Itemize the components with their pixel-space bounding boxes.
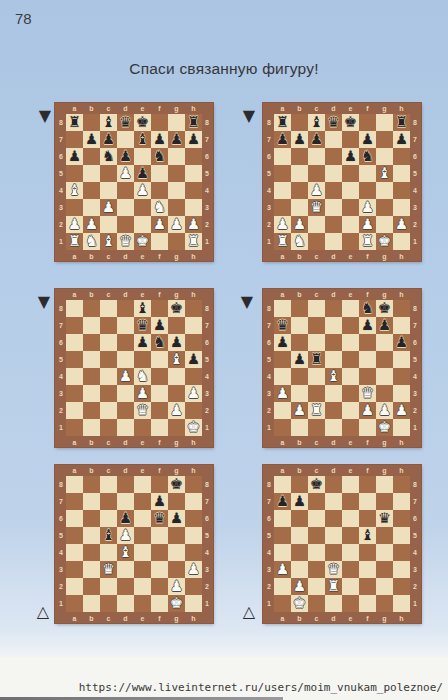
file-label: a (66, 437, 83, 447)
square-h2 (185, 578, 202, 595)
rank-label: 3 (410, 199, 420, 216)
black-pawn: ♟ (136, 165, 149, 182)
rank-label: 7 (264, 493, 274, 510)
square-e7: ♝ (134, 131, 151, 148)
rank-label: 3 (202, 561, 212, 578)
square-a5 (274, 527, 291, 544)
black-pawn: ♟ (119, 148, 132, 165)
square-c7 (308, 493, 325, 510)
square-d5: ♟ (117, 527, 134, 544)
rank-label: 5 (56, 351, 66, 368)
square-e4 (342, 182, 359, 199)
black-bishop: ♝ (102, 527, 115, 544)
square-e2 (342, 402, 359, 419)
file-label: f (151, 465, 168, 475)
square-g6: ♟ (168, 334, 185, 351)
file-label: b (83, 103, 100, 113)
chess-board-4: abcdefghabcdefgh8765432187654321♞♚♛♟♟♟♟♟… (263, 289, 421, 447)
rank-label: 1 (202, 419, 212, 436)
square-b2 (83, 402, 100, 419)
square-h7 (393, 317, 410, 334)
file-label: f (359, 103, 376, 113)
rank-label: 7 (202, 493, 212, 510)
file-label: c (100, 103, 117, 113)
square-h7 (185, 493, 202, 510)
white-pawn: ♟ (119, 368, 132, 385)
square-a4 (66, 544, 83, 561)
rank-label: 4 (264, 368, 274, 385)
white-bishop: ♝ (170, 351, 183, 368)
square-g6 (376, 148, 393, 165)
square-b2 (83, 578, 100, 595)
black-king: ♚ (170, 476, 183, 493)
black-to-move-marker: ▼ (240, 106, 258, 124)
square-c5: ♝ (100, 527, 117, 544)
square-f7: ♟ (151, 317, 168, 334)
black-rook: ♜ (395, 114, 408, 131)
rank-label: 6 (264, 334, 274, 351)
square-f1 (151, 233, 168, 250)
black-queen: ♛ (153, 510, 166, 527)
white-rook: ♜ (361, 233, 374, 250)
file-label: c (100, 251, 117, 261)
file-label: e (342, 437, 359, 447)
black-pawn: ♟ (361, 317, 374, 334)
rank-label: 3 (264, 385, 274, 402)
white-pawn: ♟ (170, 216, 183, 233)
square-e8: ♚ (342, 114, 359, 131)
square-f8 (151, 300, 168, 317)
black-pawn: ♟ (378, 317, 391, 334)
square-a1 (66, 419, 83, 436)
square-h4 (393, 368, 410, 385)
square-e2 (342, 216, 359, 233)
square-e2 (342, 578, 359, 595)
rank-label: 4 (264, 544, 274, 561)
file-label: f (359, 289, 376, 299)
black-pawn: ♟ (187, 351, 200, 368)
square-c5 (308, 165, 325, 182)
file-label: c (308, 251, 325, 261)
rank-label: 5 (264, 527, 274, 544)
square-h5 (393, 351, 410, 368)
rank-label: 3 (202, 385, 212, 402)
black-rook: ♜ (276, 114, 289, 131)
square-f7: ♟ (151, 131, 168, 148)
white-pawn: ♟ (361, 402, 374, 419)
file-label: b (291, 251, 308, 261)
file-label: d (117, 465, 134, 475)
file-label: d (325, 613, 342, 623)
square-d8 (325, 476, 342, 493)
square-b5 (291, 527, 308, 544)
square-d8: ♛ (325, 114, 342, 131)
chess-board-2: abcdefghabcdefgh8765432187654321♜♝♛♚♜♟♟♟… (263, 103, 421, 261)
square-b2: ♟ (83, 216, 100, 233)
square-b5 (83, 527, 100, 544)
black-pawn: ♟ (170, 131, 183, 148)
square-c2 (308, 216, 325, 233)
square-f1: ♜ (359, 233, 376, 250)
square-a5 (66, 351, 83, 368)
square-e1 (134, 595, 151, 612)
square-d3: ♛ (325, 561, 342, 578)
square-e6: ♟ (134, 334, 151, 351)
square-f2 (151, 402, 168, 419)
square-a7 (66, 317, 83, 334)
square-h2 (185, 402, 202, 419)
square-h6: ♟ (393, 334, 410, 351)
square-a1: ♜ (274, 233, 291, 250)
square-d7 (117, 317, 134, 334)
file-label: b (291, 437, 308, 447)
square-a3 (66, 199, 83, 216)
square-b8 (83, 114, 100, 131)
square-f2: ♟ (151, 216, 168, 233)
square-a4 (274, 368, 291, 385)
white-knight: ♞ (293, 233, 306, 250)
file-label: b (291, 289, 308, 299)
square-a4 (274, 182, 291, 199)
rank-label: 2 (410, 578, 420, 595)
footer-url: https://www.liveinternet.ru/users/moim_v… (79, 681, 443, 694)
black-pawn: ♟ (102, 131, 115, 148)
square-g1 (376, 595, 393, 612)
square-a6: ♟ (66, 148, 83, 165)
black-knight: ♞ (153, 148, 166, 165)
square-f8: ♞ (359, 300, 376, 317)
square-d8 (117, 300, 134, 317)
square-a8 (274, 300, 291, 317)
square-d4: ♟ (117, 368, 134, 385)
square-h1 (393, 419, 410, 436)
square-a8: ♜ (274, 114, 291, 131)
square-d2 (117, 578, 134, 595)
file-label: a (274, 103, 291, 113)
square-g1 (168, 233, 185, 250)
square-f3: ♞ (151, 199, 168, 216)
file-label: g (168, 465, 185, 475)
file-label: e (342, 103, 359, 113)
square-h7 (393, 493, 410, 510)
white-bishop: ♝ (102, 233, 115, 250)
square-a5 (66, 527, 83, 544)
square-h4 (393, 544, 410, 561)
black-queen: ♛ (136, 317, 149, 334)
square-d5: ♟ (117, 165, 134, 182)
rank-label: 2 (264, 216, 274, 233)
white-rook: ♜ (68, 233, 81, 250)
square-c4 (308, 368, 325, 385)
square-d8 (117, 476, 134, 493)
square-e3 (342, 385, 359, 402)
square-h8 (393, 476, 410, 493)
square-h3 (185, 199, 202, 216)
square-e7: ♛ (134, 317, 151, 334)
file-label: c (308, 103, 325, 113)
white-to-move-marker: △ (34, 602, 52, 620)
black-bishop: ♝ (136, 131, 149, 148)
white-pawn: ♟ (395, 216, 408, 233)
square-a8 (274, 476, 291, 493)
square-c4 (100, 368, 117, 385)
black-king: ♚ (170, 300, 183, 317)
file-label: b (83, 251, 100, 261)
board-grid: ♚♟♟♛♟♝♟♝♛♟♟♚ (66, 476, 202, 612)
board-grid: ♝♚♛♟♟♞♟♝♟♟♞♟♟♛♟♚ (66, 300, 202, 436)
white-pawn: ♟ (119, 527, 132, 544)
square-c5 (100, 351, 117, 368)
square-d1 (117, 419, 134, 436)
square-g7: ♟ (168, 131, 185, 148)
file-label: h (185, 289, 202, 299)
black-pawn: ♟ (276, 334, 289, 351)
rank-label: 3 (56, 199, 66, 216)
square-c3 (308, 385, 325, 402)
square-c7: ♟ (100, 131, 117, 148)
board-grid: ♞♚♛♟♟♟♟♟♜♝♟♛♟♜♟♟♟♚ (274, 300, 410, 436)
square-h4 (393, 182, 410, 199)
file-label: h (185, 251, 202, 261)
rank-label: 5 (202, 527, 212, 544)
square-b3 (291, 385, 308, 402)
file-label: f (359, 465, 376, 475)
square-h5 (393, 527, 410, 544)
black-pawn: ♟ (153, 493, 166, 510)
square-c3 (100, 385, 117, 402)
square-d3 (117, 385, 134, 402)
square-e1: ♚ (134, 233, 151, 250)
square-a8: ♜ (66, 114, 83, 131)
rank-label: 8 (202, 114, 212, 131)
square-g4 (376, 544, 393, 561)
square-a1 (274, 595, 291, 612)
square-g5 (168, 165, 185, 182)
square-e3: ♟ (134, 385, 151, 402)
rank-label: 3 (410, 561, 420, 578)
rank-label: 1 (410, 233, 420, 250)
rank-label: 5 (202, 351, 212, 368)
black-pawn: ♟ (153, 317, 166, 334)
square-f6: ♞ (151, 334, 168, 351)
square-c2 (100, 216, 117, 233)
square-d2 (117, 402, 134, 419)
file-label: f (359, 613, 376, 623)
white-pawn: ♟ (361, 199, 374, 216)
square-b1: ♚ (291, 595, 308, 612)
file-label: a (274, 613, 291, 623)
file-label: a (274, 251, 291, 261)
square-f3 (359, 561, 376, 578)
square-b5 (83, 165, 100, 182)
square-g8 (376, 114, 393, 131)
file-label: f (151, 437, 168, 447)
square-d4 (117, 182, 134, 199)
square-c7 (100, 317, 117, 334)
square-e4 (342, 544, 359, 561)
white-king: ♚ (378, 419, 391, 436)
square-e7 (134, 493, 151, 510)
square-h7: ♟ (185, 131, 202, 148)
white-pawn: ♟ (293, 402, 306, 419)
square-b7: ♟ (291, 493, 308, 510)
file-label: h (185, 465, 202, 475)
square-d1 (117, 595, 134, 612)
square-d2: ♜ (325, 578, 342, 595)
rank-label: 4 (56, 182, 66, 199)
square-b8 (291, 114, 308, 131)
square-d6 (325, 510, 342, 527)
rank-label: 1 (202, 595, 212, 612)
square-a8 (66, 476, 83, 493)
white-queen: ♛ (119, 233, 132, 250)
square-h5: ♟ (185, 351, 202, 368)
white-pawn: ♟ (276, 216, 289, 233)
square-f4 (151, 544, 168, 561)
white-bishop: ♝ (119, 544, 132, 561)
black-rook: ♜ (68, 114, 81, 131)
rank-label: 8 (264, 300, 274, 317)
rank-label: 3 (202, 199, 212, 216)
square-e6 (134, 148, 151, 165)
square-g3 (376, 385, 393, 402)
square-c7 (100, 493, 117, 510)
white-pawn: ♟ (68, 216, 81, 233)
square-g3 (168, 385, 185, 402)
square-e2: ♛ (134, 402, 151, 419)
square-g3 (168, 199, 185, 216)
square-d4: ♝ (325, 368, 342, 385)
file-label: f (151, 289, 168, 299)
square-f1 (151, 419, 168, 436)
square-e5: ♟ (134, 165, 151, 182)
file-label: c (308, 289, 325, 299)
square-h1: ♚ (185, 419, 202, 436)
square-g3 (376, 561, 393, 578)
square-f2: ♟ (359, 402, 376, 419)
square-f7: ♟ (359, 131, 376, 148)
file-label: g (376, 437, 393, 447)
rank-label: 7 (56, 493, 66, 510)
square-f2 (151, 578, 168, 595)
black-king: ♚ (310, 476, 323, 493)
square-f5 (151, 165, 168, 182)
square-c6 (308, 148, 325, 165)
white-pawn: ♟ (310, 182, 323, 199)
square-b7 (291, 317, 308, 334)
file-label: g (168, 103, 185, 113)
square-d6 (325, 334, 342, 351)
black-pawn: ♟ (276, 131, 289, 148)
square-f8 (151, 114, 168, 131)
rank-label: 1 (202, 233, 212, 250)
square-d6: ♟ (117, 148, 134, 165)
file-label: f (359, 437, 376, 447)
rank-label: 3 (410, 385, 420, 402)
page-number: 78 (15, 10, 32, 27)
square-b1: ♞ (83, 233, 100, 250)
rank-label: 6 (202, 148, 212, 165)
rank-label: 8 (56, 300, 66, 317)
white-pawn: ♟ (136, 182, 149, 199)
square-e6: ♟ (342, 148, 359, 165)
file-label: d (117, 289, 134, 299)
white-pawn: ♟ (395, 402, 408, 419)
square-c2 (100, 578, 117, 595)
square-c5 (100, 165, 117, 182)
square-e2 (134, 216, 151, 233)
square-h7 (185, 317, 202, 334)
square-h8 (185, 300, 202, 317)
black-pawn: ♟ (187, 131, 200, 148)
white-bishop: ♝ (378, 165, 391, 182)
square-g2: ♟ (168, 402, 185, 419)
square-b4 (83, 368, 100, 385)
square-f8 (359, 476, 376, 493)
square-b5 (291, 165, 308, 182)
file-label: d (325, 289, 342, 299)
square-g2: ♟ (168, 578, 185, 595)
file-label: a (274, 289, 291, 299)
board-grid: ♜♝♛♚♜♟♟♟♟♟♟♞♝♟♛♟♟♟♟♟♜♞♜♚ (274, 114, 410, 250)
square-f7: ♟ (151, 493, 168, 510)
square-g7 (168, 493, 185, 510)
square-e5 (342, 351, 359, 368)
rank-label: 8 (56, 476, 66, 493)
black-king: ♚ (378, 300, 391, 317)
square-d3 (325, 385, 342, 402)
square-c1 (308, 419, 325, 436)
square-g2: ♟ (376, 402, 393, 419)
square-c2 (308, 578, 325, 595)
rank-label: 7 (202, 131, 212, 148)
file-label: a (274, 437, 291, 447)
file-label: c (100, 437, 117, 447)
black-pawn: ♟ (395, 334, 408, 351)
file-label: g (168, 437, 185, 447)
black-pawn: ♟ (170, 334, 183, 351)
square-e6 (342, 510, 359, 527)
square-e7 (342, 131, 359, 148)
rank-label: 8 (264, 114, 274, 131)
square-a3 (274, 199, 291, 216)
footer-strip: https://www.liveinternet.ru/users/moim_v… (0, 657, 448, 700)
file-label: b (291, 465, 308, 475)
page-title: Спаси связанную фигуру! (0, 60, 448, 78)
black-pawn: ♟ (310, 131, 323, 148)
square-e1 (342, 233, 359, 250)
square-e8 (342, 476, 359, 493)
rank-label: 8 (56, 114, 66, 131)
rank-label: 7 (410, 493, 420, 510)
white-knight: ♞ (136, 368, 149, 385)
rank-label: 3 (264, 561, 274, 578)
rank-label: 4 (202, 544, 212, 561)
square-g2: ♟ (168, 216, 185, 233)
square-b8 (291, 300, 308, 317)
square-a4 (66, 368, 83, 385)
rank-label: 6 (56, 510, 66, 527)
square-f6: ♛ (151, 510, 168, 527)
square-a6 (274, 148, 291, 165)
black-pawn: ♟ (276, 493, 289, 510)
square-f6: ♞ (151, 148, 168, 165)
file-label: b (291, 613, 308, 623)
file-label: b (83, 465, 100, 475)
file-label: h (393, 437, 410, 447)
square-g6 (376, 334, 393, 351)
square-e3 (342, 199, 359, 216)
